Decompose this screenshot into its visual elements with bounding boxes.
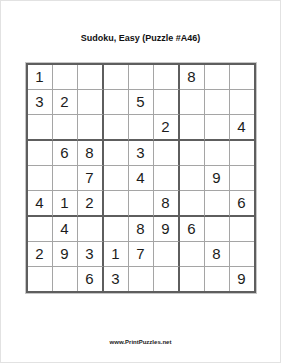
cell-r9c3: 6 bbox=[78, 267, 104, 291]
cell-r1c5[interactable] bbox=[129, 65, 154, 90]
cell-r5c4[interactable] bbox=[104, 166, 129, 191]
cell-r5c1[interactable] bbox=[28, 166, 53, 191]
cell-r2c1: 3 bbox=[28, 90, 53, 115]
cell-r4c6[interactable] bbox=[154, 141, 180, 166]
cell-r5c2[interactable] bbox=[53, 166, 78, 191]
cell-r9c8[interactable] bbox=[205, 267, 230, 291]
cell-r4c9[interactable] bbox=[230, 141, 254, 166]
cell-r3c5[interactable] bbox=[129, 115, 154, 141]
cell-r4c5: 3 bbox=[129, 141, 154, 166]
cell-r8c8: 8 bbox=[205, 242, 230, 267]
cell-r5c7[interactable] bbox=[180, 166, 205, 191]
cell-r3c3[interactable] bbox=[78, 115, 104, 141]
cell-r2c4[interactable] bbox=[104, 90, 129, 115]
cell-r1c3[interactable] bbox=[78, 65, 104, 90]
cell-r6c2: 1 bbox=[53, 191, 78, 217]
cell-r5c6[interactable] bbox=[154, 166, 180, 191]
cell-r1c4[interactable] bbox=[104, 65, 129, 90]
cell-r1c8[interactable] bbox=[205, 65, 230, 90]
cell-r7c7: 6 bbox=[180, 217, 205, 242]
cell-r8c1: 2 bbox=[28, 242, 53, 267]
cell-r2c3[interactable] bbox=[78, 90, 104, 115]
cell-r3c1[interactable] bbox=[28, 115, 53, 141]
cell-r3c9: 4 bbox=[230, 115, 254, 141]
cell-r9c2[interactable] bbox=[53, 267, 78, 291]
cell-r8c2: 9 bbox=[53, 242, 78, 267]
cell-r6c7[interactable] bbox=[180, 191, 205, 217]
cell-r3c8[interactable] bbox=[205, 115, 230, 141]
cell-r4c4[interactable] bbox=[104, 141, 129, 166]
cell-r8c9[interactable] bbox=[230, 242, 254, 267]
cell-r7c8[interactable] bbox=[205, 217, 230, 242]
cell-r8c3: 3 bbox=[78, 242, 104, 267]
cell-r2c7[interactable] bbox=[180, 90, 205, 115]
cell-r4c1[interactable] bbox=[28, 141, 53, 166]
cell-r9c5[interactable] bbox=[129, 267, 154, 291]
cell-r3c4[interactable] bbox=[104, 115, 129, 141]
cell-r8c5: 7 bbox=[129, 242, 154, 267]
footer-url: www.PrintPuzzles.net bbox=[1, 339, 280, 345]
cell-r1c6[interactable] bbox=[154, 65, 180, 90]
puzzle-title: Sudoku, Easy (Puzzle #A46) bbox=[1, 33, 280, 43]
cell-r7c6: 9 bbox=[154, 217, 180, 242]
cell-r6c3: 2 bbox=[78, 191, 104, 217]
cell-r5c5: 4 bbox=[129, 166, 154, 191]
cell-r5c3: 7 bbox=[78, 166, 104, 191]
cell-r4c3: 8 bbox=[78, 141, 104, 166]
cell-r7c4[interactable] bbox=[104, 217, 129, 242]
cell-r9c9: 9 bbox=[230, 267, 254, 291]
cell-r3c2[interactable] bbox=[53, 115, 78, 141]
cell-r5c8: 9 bbox=[205, 166, 230, 191]
cell-r7c1[interactable] bbox=[28, 217, 53, 242]
cell-r7c9[interactable] bbox=[230, 217, 254, 242]
cell-r4c7[interactable] bbox=[180, 141, 205, 166]
cell-r3c6: 2 bbox=[154, 115, 180, 141]
cell-r4c8[interactable] bbox=[205, 141, 230, 166]
cell-r7c5: 8 bbox=[129, 217, 154, 242]
cell-r9c6[interactable] bbox=[154, 267, 180, 291]
cell-r1c9[interactable] bbox=[230, 65, 254, 90]
cell-r4c2: 6 bbox=[53, 141, 78, 166]
puzzle-page: Sudoku, Easy (Puzzle #A46) 1832524683749… bbox=[0, 0, 281, 363]
cell-r6c4[interactable] bbox=[104, 191, 129, 217]
cell-r2c2: 2 bbox=[53, 90, 78, 115]
cell-r1c2[interactable] bbox=[53, 65, 78, 90]
cell-r1c1: 1 bbox=[28, 65, 53, 90]
cell-r7c2: 4 bbox=[53, 217, 78, 242]
cell-r9c4: 3 bbox=[104, 267, 129, 291]
cell-r8c7[interactable] bbox=[180, 242, 205, 267]
cell-r6c1: 4 bbox=[28, 191, 53, 217]
cell-r9c7[interactable] bbox=[180, 267, 205, 291]
cell-r8c4: 1 bbox=[104, 242, 129, 267]
cell-r1c7: 8 bbox=[180, 65, 205, 90]
cell-r6c6: 8 bbox=[154, 191, 180, 217]
cell-r6c5[interactable] bbox=[129, 191, 154, 217]
cell-r5c9[interactable] bbox=[230, 166, 254, 191]
sudoku-board: 1832524683749412864896293178639 bbox=[26, 63, 256, 293]
cell-r8c6[interactable] bbox=[154, 242, 180, 267]
cell-r2c6[interactable] bbox=[154, 90, 180, 115]
cell-r6c8[interactable] bbox=[205, 191, 230, 217]
cell-r2c8[interactable] bbox=[205, 90, 230, 115]
cell-r9c1[interactable] bbox=[28, 267, 53, 291]
cell-r3c7[interactable] bbox=[180, 115, 205, 141]
cell-r6c9: 6 bbox=[230, 191, 254, 217]
cell-r2c9[interactable] bbox=[230, 90, 254, 115]
cell-r2c5: 5 bbox=[129, 90, 154, 115]
cell-r7c3[interactable] bbox=[78, 217, 104, 242]
